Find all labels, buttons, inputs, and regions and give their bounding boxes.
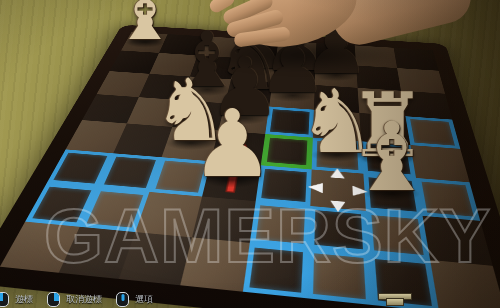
- chess-board[interactable]: [0, 25, 500, 308]
- board-squares-grid[interactable]: [0, 32, 500, 308]
- square-f6[interactable]: [314, 85, 359, 113]
- mouse-right-icon: [47, 292, 60, 307]
- cursor-label: 遊標: [15, 293, 33, 306]
- square-c2[interactable]: [250, 201, 311, 248]
- options-button[interactable]: 選項: [116, 292, 153, 307]
- square-g7[interactable]: [356, 65, 401, 90]
- mouse-middle-icon: [116, 292, 129, 307]
- cancel-cursor-label: 取消遊標: [66, 293, 102, 306]
- square-b3[interactable]: [149, 157, 210, 196]
- square-d5[interactable]: [218, 103, 269, 134]
- square-d2[interactable]: [309, 206, 369, 254]
- square-e3[interactable]: [363, 174, 422, 216]
- square-c6[interactable]: [182, 77, 231, 104]
- square-f5[interactable]: [313, 110, 361, 142]
- fingertip: [207, 0, 236, 15]
- square-g4[interactable]: [410, 145, 469, 182]
- finger: [221, 0, 275, 27]
- square-f7[interactable]: [315, 63, 358, 88]
- square-c7[interactable]: [190, 55, 236, 79]
- square-b1[interactable]: [180, 237, 250, 291]
- square-f3[interactable]: [416, 178, 480, 221]
- square-d7[interactable]: [231, 58, 276, 82]
- chess-game-scene: ♝♞♟♞♜♝♟♞♝♟♟♟♟ GAMERSKY 遊標 取消遊標 選項: [0, 0, 500, 308]
- square-c3[interactable]: [256, 165, 312, 206]
- square-h5[interactable]: [405, 116, 460, 149]
- square-b2[interactable]: [192, 197, 256, 243]
- square-c8[interactable]: [197, 36, 241, 58]
- square-g5[interactable]: [359, 113, 410, 145]
- square-d4[interactable]: [261, 134, 313, 169]
- square-f4[interactable]: [361, 141, 416, 178]
- square-e4[interactable]: [312, 138, 364, 174]
- square-f2[interactable]: [423, 216, 493, 266]
- square-f8[interactable]: [316, 43, 356, 65]
- cursor-button[interactable]: 遊標: [0, 292, 33, 307]
- square-c4[interactable]: [162, 127, 219, 161]
- square-e2[interactable]: [366, 211, 430, 260]
- control-hints-bar: 遊標 取消遊標 選項: [0, 291, 500, 308]
- square-e7[interactable]: [273, 60, 316, 85]
- square-d8[interactable]: [236, 39, 278, 61]
- cancel-cursor-button[interactable]: 取消遊標: [47, 292, 102, 307]
- square-c1[interactable]: [243, 243, 309, 298]
- square-g8[interactable]: [355, 45, 397, 68]
- square-c5[interactable]: [172, 100, 225, 130]
- square-e8[interactable]: [276, 41, 317, 63]
- square-g6[interactable]: [358, 88, 406, 116]
- square-e6[interactable]: [269, 82, 315, 110]
- square-h8[interactable]: [394, 48, 439, 71]
- options-label: 選項: [135, 293, 153, 306]
- square-h6[interactable]: [401, 91, 452, 120]
- square-d3[interactable]: [310, 169, 366, 210]
- square-d6[interactable]: [225, 79, 273, 106]
- square-e5[interactable]: [265, 106, 314, 137]
- square-h7[interactable]: [397, 68, 445, 94]
- mouse-left-icon: [0, 292, 9, 307]
